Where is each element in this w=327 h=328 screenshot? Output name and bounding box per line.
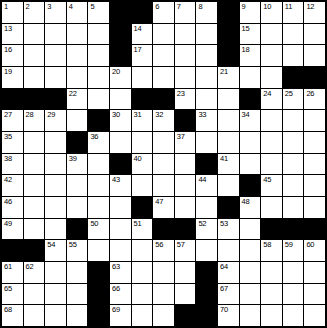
cell-r9c3[interactable] [45, 175, 66, 196]
cell-r12c14[interactable]: 59 [283, 240, 304, 261]
cell-r10c10[interactable] [196, 197, 217, 218]
clue-number-59: 59 [285, 241, 293, 249]
clue-number-43: 43 [112, 176, 120, 184]
cell-r7c3[interactable] [45, 132, 66, 153]
cell-r8c14[interactable] [283, 154, 304, 175]
cell-r1c14[interactable]: 11 [283, 2, 304, 23]
black-square-r12c2 [24, 240, 45, 261]
cell-r9c2[interactable] [24, 175, 45, 196]
cell-r7c10[interactable] [196, 132, 217, 153]
clue-number-47: 47 [155, 198, 163, 206]
cell-r5c6[interactable] [110, 89, 131, 110]
cell-r7c2[interactable] [24, 132, 45, 153]
clue-number-7: 7 [177, 3, 181, 11]
cell-r10c4[interactable] [67, 197, 88, 218]
black-square-r5c1 [2, 89, 23, 110]
black-square-r12c1 [2, 240, 23, 261]
cell-r14c7[interactable] [132, 284, 153, 305]
clue-number-31: 31 [134, 111, 142, 119]
cell-r12c11[interactable] [218, 240, 239, 261]
cell-r12c5[interactable] [88, 240, 109, 261]
cell-r7c8[interactable] [153, 132, 174, 153]
cell-r14c1[interactable]: 65 [2, 284, 23, 305]
black-square-r6c5 [88, 110, 109, 131]
black-square-r13c5 [88, 262, 109, 283]
cell-r12c8[interactable]: 56 [153, 240, 174, 261]
clue-number-19: 19 [4, 68, 12, 76]
clue-number-56: 56 [155, 241, 163, 249]
clue-number-67: 67 [220, 285, 228, 293]
cell-r2c15[interactable] [304, 24, 325, 45]
cell-r12c12[interactable] [240, 240, 261, 261]
cell-r7c7[interactable] [132, 132, 153, 153]
cell-r9c8[interactable] [153, 175, 174, 196]
cell-r6c15[interactable] [304, 110, 325, 131]
cell-r14c14[interactable] [283, 284, 304, 305]
cell-r11c10[interactable]: 52 [196, 219, 217, 240]
clue-number-42: 42 [4, 176, 12, 184]
cell-r2c8[interactable] [153, 24, 174, 45]
clue-number-24: 24 [263, 90, 271, 98]
black-square-r11c14 [283, 219, 304, 240]
clue-number-17: 17 [134, 46, 142, 54]
clue-number-9: 9 [242, 3, 246, 11]
clue-number-29: 29 [47, 111, 55, 119]
cell-r15c1[interactable]: 68 [2, 305, 23, 326]
crossword-board: 1234567891011121314151617181920212223242… [0, 0, 327, 328]
black-square-r11c4 [67, 219, 88, 240]
clue-number-14: 14 [134, 25, 142, 33]
cell-r13c1[interactable]: 61 [2, 262, 23, 283]
cell-r4c13[interactable] [261, 67, 282, 88]
clue-number-26: 26 [306, 90, 314, 98]
cell-r15c13[interactable] [261, 305, 282, 326]
cell-r3c10[interactable] [196, 45, 217, 66]
black-square-r8c10 [196, 154, 217, 175]
cell-r4c8[interactable] [153, 67, 174, 88]
clue-number-30: 30 [112, 111, 120, 119]
cell-r8c8[interactable] [153, 154, 174, 175]
cell-r9c9[interactable] [175, 175, 196, 196]
cell-r8c15[interactable] [304, 154, 325, 175]
cell-r13c9[interactable] [175, 262, 196, 283]
cell-r15c7[interactable] [132, 305, 153, 326]
black-square-r11c15 [304, 219, 325, 240]
cell-r8c5[interactable] [88, 154, 109, 175]
cell-r2c9[interactable] [175, 24, 196, 45]
clue-number-34: 34 [242, 111, 250, 119]
clue-number-5: 5 [90, 3, 94, 11]
cell-r1c5[interactable]: 5 [88, 2, 109, 23]
cell-r1c8[interactable]: 6 [153, 2, 174, 23]
cell-r4c12[interactable] [240, 67, 261, 88]
cell-r9c13[interactable]: 45 [261, 175, 282, 196]
cell-r9c15[interactable] [304, 175, 325, 196]
cell-r14c15[interactable] [304, 284, 325, 305]
cell-r5c9[interactable]: 23 [175, 89, 196, 110]
cell-r13c13[interactable] [261, 262, 282, 283]
cell-r3c15[interactable] [304, 45, 325, 66]
cell-r4c5[interactable] [88, 67, 109, 88]
cell-r4c11[interactable]: 21 [218, 67, 239, 88]
cell-r14c6[interactable]: 66 [110, 284, 131, 305]
cell-r12c13[interactable]: 58 [261, 240, 282, 261]
clue-number-53: 53 [220, 220, 228, 228]
cell-r1c1[interactable]: 1 [2, 2, 23, 23]
cell-r10c12[interactable]: 48 [240, 197, 261, 218]
black-square-r11c9 [175, 219, 196, 240]
clue-number-10: 10 [263, 3, 271, 11]
clue-number-21: 21 [220, 68, 228, 76]
cell-r13c4[interactable] [67, 262, 88, 283]
cell-r2c13[interactable] [261, 24, 282, 45]
black-square-r10c11 [218, 197, 239, 218]
black-square-r4c14 [283, 67, 304, 88]
clue-number-61: 61 [4, 263, 12, 271]
cell-r10c3[interactable] [45, 197, 66, 218]
clue-number-62: 62 [26, 263, 34, 271]
cell-r4c7[interactable] [132, 67, 153, 88]
black-square-r1c6 [110, 2, 131, 23]
cell-r8c4[interactable]: 39 [67, 154, 88, 175]
cell-r14c9[interactable] [175, 284, 196, 305]
black-square-r2c6 [110, 24, 131, 45]
cell-r7c13[interactable] [261, 132, 282, 153]
black-square-r11c8 [153, 219, 174, 240]
cell-r10c5[interactable] [88, 197, 109, 218]
cell-r11c11[interactable]: 53 [218, 219, 239, 240]
cell-r15c15[interactable] [304, 305, 325, 326]
cell-r9c1[interactable]: 42 [2, 175, 23, 196]
cell-r14c13[interactable] [261, 284, 282, 305]
clue-number-16: 16 [4, 46, 12, 54]
cell-r3c2[interactable] [24, 45, 45, 66]
clue-number-1: 1 [4, 3, 8, 11]
cell-r5c14[interactable]: 25 [283, 89, 304, 110]
cell-r1c4[interactable]: 4 [67, 2, 88, 23]
cell-r12c7[interactable] [132, 240, 153, 261]
cell-r6c13[interactable] [261, 110, 282, 131]
black-square-r1c7 [132, 2, 153, 23]
clue-number-54: 54 [47, 241, 55, 249]
cell-r15c2[interactable] [24, 305, 45, 326]
cell-r2c5[interactable] [88, 24, 109, 45]
black-square-r5c2 [24, 89, 45, 110]
cell-r10c6[interactable] [110, 197, 131, 218]
clue-number-35: 35 [4, 133, 12, 141]
cell-r3c1[interactable]: 16 [2, 45, 23, 66]
cell-r15c8[interactable] [153, 305, 174, 326]
cell-r11c3[interactable] [45, 219, 66, 240]
cell-r11c2[interactable] [24, 219, 45, 240]
clue-number-68: 68 [4, 306, 12, 314]
clue-number-39: 39 [69, 155, 77, 163]
cell-r2c4[interactable] [67, 24, 88, 45]
clue-number-65: 65 [4, 285, 12, 293]
cell-r6c8[interactable]: 32 [153, 110, 174, 131]
clue-number-13: 13 [4, 25, 12, 33]
cell-r2c1[interactable]: 13 [2, 24, 23, 45]
cell-r13c6[interactable]: 63 [110, 262, 131, 283]
black-square-r14c10 [196, 284, 217, 305]
cell-r8c7[interactable]: 40 [132, 154, 153, 175]
cell-r2c7[interactable]: 14 [132, 24, 153, 45]
black-square-r2c11 [218, 24, 239, 45]
cell-r7c11[interactable] [218, 132, 239, 153]
clue-number-25: 25 [285, 90, 293, 98]
clue-number-12: 12 [306, 3, 314, 11]
cell-r8c12[interactable] [240, 154, 261, 175]
cell-r13c12[interactable] [240, 262, 261, 283]
black-square-r8c6 [110, 154, 131, 175]
clue-number-32: 32 [155, 111, 163, 119]
cell-r10c8[interactable]: 47 [153, 197, 174, 218]
cell-r6c3[interactable]: 29 [45, 110, 66, 131]
cell-r6c11[interactable] [218, 110, 239, 131]
clue-number-50: 50 [90, 220, 98, 228]
cell-r5c11[interactable] [218, 89, 239, 110]
cell-r6c2[interactable]: 28 [24, 110, 45, 131]
clue-number-40: 40 [134, 155, 142, 163]
clue-number-64: 64 [220, 263, 228, 271]
clue-number-37: 37 [177, 133, 185, 141]
cell-r7c9[interactable]: 37 [175, 132, 196, 153]
cell-r6c7[interactable]: 31 [132, 110, 153, 131]
clue-number-55: 55 [69, 241, 77, 249]
cell-r7c15[interactable] [304, 132, 325, 153]
cell-r9c10[interactable]: 44 [196, 175, 217, 196]
cell-r1c2[interactable]: 2 [24, 2, 45, 23]
cell-r9c7[interactable] [132, 175, 153, 196]
black-square-r14c5 [88, 284, 109, 305]
clue-number-48: 48 [242, 198, 250, 206]
cell-r4c9[interactable] [175, 67, 196, 88]
cell-r11c5[interactable]: 50 [88, 219, 109, 240]
cell-r5c15[interactable]: 26 [304, 89, 325, 110]
clue-number-70: 70 [220, 306, 228, 314]
cell-r9c14[interactable] [283, 175, 304, 196]
cell-r8c13[interactable] [261, 154, 282, 175]
cell-r3c7[interactable]: 17 [132, 45, 153, 66]
cell-r6c6[interactable]: 30 [110, 110, 131, 131]
cell-r15c12[interactable] [240, 305, 261, 326]
clue-number-51: 51 [134, 220, 142, 228]
cell-r14c8[interactable] [153, 284, 174, 305]
black-square-r13c10 [196, 262, 217, 283]
cell-r12c9[interactable]: 57 [175, 240, 196, 261]
clue-number-22: 22 [69, 90, 77, 98]
cell-r13c14[interactable] [283, 262, 304, 283]
cell-r11c6[interactable] [110, 219, 131, 240]
clue-number-4: 4 [69, 3, 73, 11]
cell-r12c6[interactable] [110, 240, 131, 261]
clue-number-18: 18 [242, 46, 250, 54]
black-square-r11c13 [261, 219, 282, 240]
cell-r13c3[interactable] [45, 262, 66, 283]
clue-number-60: 60 [306, 241, 314, 249]
clue-number-20: 20 [112, 68, 120, 76]
cell-r9c4[interactable] [67, 175, 88, 196]
clue-number-66: 66 [112, 285, 120, 293]
cell-r4c3[interactable] [45, 67, 66, 88]
clue-number-3: 3 [47, 3, 51, 11]
cell-r13c8[interactable] [153, 262, 174, 283]
cell-r14c4[interactable] [67, 284, 88, 305]
cell-r3c5[interactable] [88, 45, 109, 66]
cell-r1c13[interactable]: 10 [261, 2, 282, 23]
cell-r1c12[interactable]: 9 [240, 2, 261, 23]
cell-r14c3[interactable] [45, 284, 66, 305]
cell-r10c2[interactable] [24, 197, 45, 218]
cell-r4c1[interactable]: 19 [2, 67, 23, 88]
cell-r15c11[interactable]: 70 [218, 305, 239, 326]
cell-r3c3[interactable] [45, 45, 66, 66]
black-square-r5c3 [45, 89, 66, 110]
black-square-r15c10 [196, 305, 217, 326]
cell-r2c12[interactable]: 15 [240, 24, 261, 45]
cell-r7c14[interactable] [283, 132, 304, 153]
cell-r12c4[interactable]: 55 [67, 240, 88, 261]
cell-r4c4[interactable] [67, 67, 88, 88]
cell-r7c6[interactable] [110, 132, 131, 153]
cell-r1c15[interactable]: 12 [304, 2, 325, 23]
cell-r12c10[interactable] [196, 240, 217, 261]
clue-number-44: 44 [198, 176, 206, 184]
cell-r6c12[interactable]: 34 [240, 110, 261, 131]
cell-r10c15[interactable] [304, 197, 325, 218]
cell-r7c5[interactable]: 36 [88, 132, 109, 153]
cell-r3c13[interactable] [261, 45, 282, 66]
clue-number-15: 15 [242, 25, 250, 33]
black-square-r3c11 [218, 45, 239, 66]
clue-number-38: 38 [4, 155, 12, 163]
black-square-r5c8 [153, 89, 174, 110]
cell-r5c4[interactable]: 22 [67, 89, 88, 110]
cell-r14c12[interactable] [240, 284, 261, 305]
cell-r5c13[interactable]: 24 [261, 89, 282, 110]
cell-r4c10[interactable] [196, 67, 217, 88]
cell-r8c9[interactable] [175, 154, 196, 175]
clue-number-23: 23 [177, 90, 185, 98]
cell-r1c9[interactable]: 7 [175, 2, 196, 23]
black-square-r3c6 [110, 45, 131, 66]
black-square-r6c9 [175, 110, 196, 131]
cell-r9c6[interactable]: 43 [110, 175, 131, 196]
cell-r5c10[interactable] [196, 89, 217, 110]
cell-r3c9[interactable] [175, 45, 196, 66]
cell-r15c4[interactable] [67, 305, 88, 326]
cell-r9c11[interactable] [218, 175, 239, 196]
black-square-r15c5 [88, 305, 109, 326]
cell-r14c2[interactable] [24, 284, 45, 305]
clue-number-41: 41 [220, 155, 228, 163]
clue-number-33: 33 [198, 111, 206, 119]
cell-r8c2[interactable] [24, 154, 45, 175]
clue-number-8: 8 [198, 3, 202, 11]
cell-r12c3[interactable]: 54 [45, 240, 66, 261]
black-square-r4c15 [304, 67, 325, 88]
clue-number-58: 58 [263, 241, 271, 249]
clue-number-27: 27 [4, 111, 12, 119]
cell-r6c14[interactable] [283, 110, 304, 131]
black-square-r10c7 [132, 197, 153, 218]
cell-r13c7[interactable] [132, 262, 153, 283]
cell-r3c8[interactable] [153, 45, 174, 66]
cell-r4c2[interactable] [24, 67, 45, 88]
clue-number-6: 6 [155, 3, 159, 11]
cell-r13c11[interactable]: 64 [218, 262, 239, 283]
cell-r3c12[interactable]: 18 [240, 45, 261, 66]
cell-r10c14[interactable] [283, 197, 304, 218]
cell-r5c5[interactable] [88, 89, 109, 110]
cell-r3c14[interactable] [283, 45, 304, 66]
clue-number-69: 69 [112, 306, 120, 314]
cell-r1c3[interactable]: 3 [45, 2, 66, 23]
cell-r2c10[interactable] [196, 24, 217, 45]
black-square-r9c12 [240, 175, 261, 196]
cell-r14c11[interactable]: 67 [218, 284, 239, 305]
clue-number-46: 46 [4, 198, 12, 206]
black-square-r5c7 [132, 89, 153, 110]
clue-number-57: 57 [177, 241, 185, 249]
clue-number-2: 2 [26, 3, 30, 11]
cell-r2c3[interactable] [45, 24, 66, 45]
cell-r11c12[interactable] [240, 219, 261, 240]
black-square-r7c4 [67, 132, 88, 153]
cell-r13c15[interactable] [304, 262, 325, 283]
black-square-r15c9 [175, 305, 196, 326]
cell-r12c15[interactable]: 60 [304, 240, 325, 261]
black-square-r5c12 [240, 89, 261, 110]
cell-r8c3[interactable] [45, 154, 66, 175]
cell-r2c2[interactable] [24, 24, 45, 45]
cell-r4c6[interactable]: 20 [110, 67, 131, 88]
cell-r3c4[interactable] [67, 45, 88, 66]
clue-number-36: 36 [90, 133, 98, 141]
cell-r8c11[interactable]: 41 [218, 154, 239, 175]
cell-r11c7[interactable]: 51 [132, 219, 153, 240]
cell-r15c14[interactable] [283, 305, 304, 326]
clue-number-28: 28 [26, 111, 34, 119]
cell-r13c2[interactable]: 62 [24, 262, 45, 283]
cell-r6c4[interactable] [67, 110, 88, 131]
clue-number-63: 63 [112, 263, 120, 271]
cell-r15c3[interactable] [45, 305, 66, 326]
cell-r2c14[interactable] [283, 24, 304, 45]
clue-number-45: 45 [263, 176, 271, 184]
cell-r8c1[interactable]: 38 [2, 154, 23, 175]
cell-r6c1[interactable]: 27 [2, 110, 23, 131]
cell-r10c1[interactable]: 46 [2, 197, 23, 218]
cell-r6c10[interactable]: 33 [196, 110, 217, 131]
cell-r10c13[interactable] [261, 197, 282, 218]
clue-number-52: 52 [198, 220, 206, 228]
cell-r15c6[interactable]: 69 [110, 305, 131, 326]
clue-number-49: 49 [4, 220, 12, 228]
black-square-r1c11 [218, 2, 239, 23]
clue-number-11: 11 [285, 3, 292, 11]
cell-r9c5[interactable] [88, 175, 109, 196]
cell-r1c10[interactable]: 8 [196, 2, 217, 23]
cell-r7c1[interactable]: 35 [2, 132, 23, 153]
cell-r7c12[interactable] [240, 132, 261, 153]
cell-r11c1[interactable]: 49 [2, 219, 23, 240]
cell-r10c9[interactable] [175, 197, 196, 218]
